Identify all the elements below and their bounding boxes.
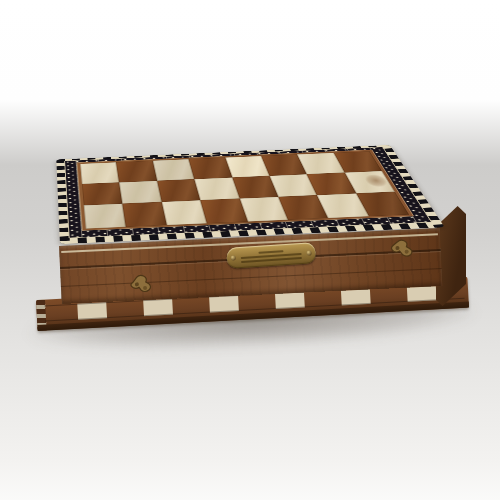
right-latch bbox=[387, 236, 418, 261]
wood-margin bbox=[77, 150, 415, 231]
ebony-inlay-border bbox=[64, 147, 432, 238]
plaque-screw-left bbox=[231, 255, 236, 260]
plaque-engraving bbox=[240, 247, 302, 265]
square-r1c2 bbox=[116, 161, 157, 183]
lower-seam bbox=[61, 268, 442, 287]
square-r2c1 bbox=[82, 182, 123, 205]
chessboard-lid bbox=[56, 145, 444, 244]
checkered-edge-stripes bbox=[56, 145, 444, 244]
square-r3c1 bbox=[84, 204, 126, 229]
square-r3c3 bbox=[162, 200, 207, 225]
engraving-line bbox=[259, 251, 283, 254]
photo-scene bbox=[0, 0, 500, 500]
square-r1c1 bbox=[80, 162, 119, 184]
square-r1c3 bbox=[153, 159, 195, 181]
square-r2c3 bbox=[157, 179, 201, 202]
hasp-icon bbox=[126, 271, 157, 296]
square-r2c2 bbox=[119, 181, 161, 204]
left-latch bbox=[126, 271, 157, 296]
hasp-icon bbox=[387, 236, 418, 261]
board bbox=[80, 151, 409, 228]
square-r3c2 bbox=[123, 202, 167, 227]
plaque-screw-right bbox=[306, 250, 311, 255]
brass-plaque bbox=[226, 242, 316, 269]
